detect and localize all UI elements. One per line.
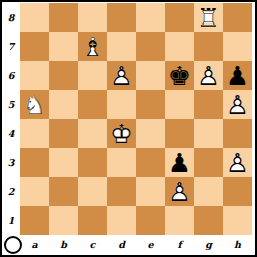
square-g1[interactable] [194, 206, 223, 235]
square-d6[interactable]: ♟♙ [107, 61, 136, 90]
square-g3[interactable] [194, 148, 223, 177]
piece-glyph: ♟ [165, 148, 194, 177]
square-c7[interactable]: ♝♗ [78, 32, 107, 61]
square-f7[interactable] [165, 32, 194, 61]
file-label-g: g [194, 235, 223, 253]
black-pawn[interactable]: ♟ [223, 61, 252, 90]
square-e8[interactable] [136, 3, 165, 32]
square-c1[interactable] [78, 206, 107, 235]
file-label-c: c [78, 235, 107, 253]
white-pawn[interactable]: ♟♙ [194, 61, 223, 90]
square-h4[interactable] [223, 119, 252, 148]
chess-diagram: 87654321 ♜♖♝♗♟♙♚♟♙♟♞♘♟♙♚♔♟♟♙♟♙ abcdefgh [0, 0, 257, 257]
file-label-a: a [20, 235, 49, 253]
square-g6[interactable]: ♟♙ [194, 61, 223, 90]
white-pawn[interactable]: ♟♙ [107, 61, 136, 90]
square-f8[interactable] [165, 3, 194, 32]
white-to-move-indicator [4, 236, 22, 254]
square-e1[interactable] [136, 206, 165, 235]
square-f5[interactable] [165, 90, 194, 119]
piece-glyph: ♟ [223, 61, 252, 90]
square-a3[interactable] [20, 148, 49, 177]
white-rook[interactable]: ♜♖ [194, 3, 223, 32]
piece-glyph-outline: ♙ [223, 90, 252, 119]
square-b8[interactable] [49, 3, 78, 32]
square-h8[interactable] [223, 3, 252, 32]
square-a8[interactable] [20, 3, 49, 32]
rank-label-8: 8 [2, 3, 20, 32]
piece-glyph-outline: ♖ [194, 3, 223, 32]
board[interactable]: ♜♖♝♗♟♙♚♟♙♟♞♘♟♙♚♔♟♟♙♟♙ [20, 3, 252, 235]
square-g7[interactable] [194, 32, 223, 61]
piece-glyph-outline: ♗ [78, 32, 107, 61]
rank-label-2: 2 [2, 177, 20, 206]
square-d8[interactable] [107, 3, 136, 32]
square-f2[interactable]: ♟♙ [165, 177, 194, 206]
white-pawn[interactable]: ♟♙ [165, 177, 194, 206]
piece-glyph-outline: ♙ [107, 61, 136, 90]
file-label-b: b [49, 235, 78, 253]
square-c4[interactable] [78, 119, 107, 148]
square-e2[interactable] [136, 177, 165, 206]
file-label-e: e [136, 235, 165, 253]
black-king[interactable]: ♚ [165, 61, 194, 90]
square-a5[interactable]: ♞♘ [20, 90, 49, 119]
square-e3[interactable] [136, 148, 165, 177]
rank-labels: 87654321 [2, 3, 20, 235]
file-label-d: d [107, 235, 136, 253]
piece-glyph-outline: ♙ [194, 61, 223, 90]
file-labels: abcdefgh [20, 235, 252, 253]
square-h2[interactable] [223, 177, 252, 206]
black-pawn[interactable]: ♟ [165, 148, 194, 177]
piece-glyph-outline: ♔ [107, 119, 136, 148]
white-knight[interactable]: ♞♘ [20, 90, 49, 119]
square-d5[interactable] [107, 90, 136, 119]
square-c8[interactable] [78, 3, 107, 32]
square-h1[interactable] [223, 206, 252, 235]
square-b1[interactable] [49, 206, 78, 235]
square-g4[interactable] [194, 119, 223, 148]
square-d1[interactable] [107, 206, 136, 235]
square-e4[interactable] [136, 119, 165, 148]
white-pawn[interactable]: ♟♙ [223, 90, 252, 119]
file-label-h: h [223, 235, 252, 253]
square-h7[interactable] [223, 32, 252, 61]
square-a6[interactable] [20, 61, 49, 90]
piece-glyph-outline: ♙ [223, 148, 252, 177]
rank-label-6: 6 [2, 61, 20, 90]
piece-glyph-outline: ♙ [165, 177, 194, 206]
square-g5[interactable] [194, 90, 223, 119]
piece-glyph: ♚ [165, 61, 194, 90]
square-c5[interactable] [78, 90, 107, 119]
square-g2[interactable] [194, 177, 223, 206]
square-c3[interactable] [78, 148, 107, 177]
square-a4[interactable] [20, 119, 49, 148]
square-f1[interactable] [165, 206, 194, 235]
piece-glyph-outline: ♘ [20, 90, 49, 119]
square-a1[interactable] [20, 206, 49, 235]
square-h6[interactable]: ♟ [223, 61, 252, 90]
rank-label-1: 1 [2, 206, 20, 235]
white-pawn[interactable]: ♟♙ [223, 148, 252, 177]
square-f3[interactable]: ♟ [165, 148, 194, 177]
file-label-f: f [165, 235, 194, 253]
square-d2[interactable] [107, 177, 136, 206]
square-b3[interactable] [49, 148, 78, 177]
square-f6[interactable]: ♚ [165, 61, 194, 90]
square-a2[interactable] [20, 177, 49, 206]
square-e5[interactable] [136, 90, 165, 119]
square-c6[interactable] [78, 61, 107, 90]
square-d4[interactable]: ♚♔ [107, 119, 136, 148]
white-king[interactable]: ♚♔ [107, 119, 136, 148]
rank-label-4: 4 [2, 119, 20, 148]
square-h5[interactable]: ♟♙ [223, 90, 252, 119]
square-d3[interactable] [107, 148, 136, 177]
square-c2[interactable] [78, 177, 107, 206]
rank-label-5: 5 [2, 90, 20, 119]
square-e7[interactable] [136, 32, 165, 61]
white-bishop[interactable]: ♝♗ [78, 32, 107, 61]
square-b5[interactable] [49, 90, 78, 119]
square-e6[interactable] [136, 61, 165, 90]
square-b2[interactable] [49, 177, 78, 206]
square-b7[interactable] [49, 32, 78, 61]
square-h3[interactable]: ♟♙ [223, 148, 252, 177]
square-a7[interactable] [20, 32, 49, 61]
square-g8[interactable]: ♜♖ [194, 3, 223, 32]
square-b6[interactable] [49, 61, 78, 90]
square-d7[interactable] [107, 32, 136, 61]
rank-label-3: 3 [2, 148, 20, 177]
square-b4[interactable] [49, 119, 78, 148]
square-f4[interactable] [165, 119, 194, 148]
rank-label-7: 7 [2, 32, 20, 61]
